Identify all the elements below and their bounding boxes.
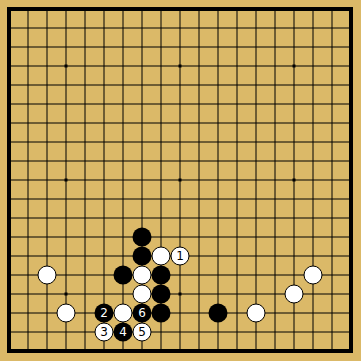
stone-black[interactable] (114, 266, 133, 285)
stone-white[interactable] (57, 304, 75, 322)
stone-white[interactable] (304, 266, 322, 284)
go-board[interactable]: 126345 (0, 0, 361, 361)
star-point (293, 65, 296, 68)
stone-black[interactable] (209, 304, 228, 323)
star-point (65, 179, 68, 182)
stone-white[interactable] (152, 247, 170, 265)
stone-white[interactable] (114, 304, 132, 322)
stone-white[interactable] (133, 266, 151, 284)
stone-white[interactable] (133, 285, 151, 303)
star-point (179, 293, 182, 296)
star-point (65, 65, 68, 68)
stone-white[interactable] (171, 247, 189, 265)
stone-black[interactable] (152, 266, 171, 285)
star-point (179, 179, 182, 182)
stone-white[interactable] (133, 323, 151, 341)
stone-white[interactable] (38, 266, 56, 284)
stone-white[interactable] (247, 304, 265, 322)
stone-black[interactable] (114, 323, 133, 342)
stone-white[interactable] (95, 323, 113, 341)
star-point (65, 293, 68, 296)
stone-black[interactable] (152, 285, 171, 304)
stone-white[interactable] (285, 285, 303, 303)
star-point (293, 179, 296, 182)
stone-black[interactable] (133, 247, 152, 266)
stone-black[interactable] (152, 304, 171, 323)
star-point (179, 65, 182, 68)
stone-black[interactable] (95, 304, 114, 323)
go-diagram: 126345 (0, 0, 361, 361)
stone-black[interactable] (133, 304, 152, 323)
stone-black[interactable] (133, 228, 152, 247)
